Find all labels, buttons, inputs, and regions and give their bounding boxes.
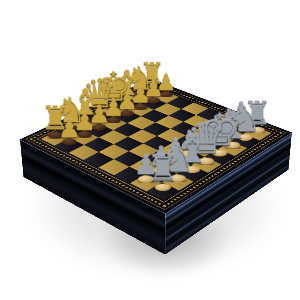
- piece-black-rook-h8: ♜: [138, 56, 167, 92]
- wooden-base: [199, 158, 215, 165]
- piece-black-queen-d8: ♛: [84, 71, 115, 117]
- wooden-base: [120, 110, 134, 116]
- chess-box: ♜♞♝♛♚♝♞♜♟♟♟♟♟♟♟♟♟♟♟♟♟♟♟♟♜♞♝♛♚♝♞♜: [20, 79, 292, 214]
- square-a8: ♜: [41, 132, 70, 146]
- wooden-base: [155, 184, 171, 191]
- wooden-base: [234, 121, 248, 127]
- piece-glyph: ♚: [95, 67, 131, 107]
- piece-glyph: ♜: [139, 59, 165, 88]
- wooden-base: [48, 132, 63, 139]
- wooden-base: [120, 98, 134, 104]
- square-h3: [211, 114, 239, 127]
- product-photo-scene: ♜♞♝♛♚♝♞♜♟♟♟♟♟♟♟♟♟♟♟♟♟♟♟♟♜♞♝♛♚♝♞♜: [0, 0, 300, 300]
- piece-glyph: ♝: [69, 84, 101, 120]
- wooden-base: [92, 124, 106, 130]
- square-b8: ♞: [56, 125, 85, 139]
- piece-glyph: ♜: [41, 102, 70, 134]
- piece-glyph: ♛: [82, 74, 117, 113]
- wooden-base: [159, 91, 172, 97]
- piece-black-rook-a8: ♜: [39, 99, 71, 139]
- wooden-base: [146, 86, 159, 92]
- wooden-base: [250, 127, 265, 134]
- square-h2: ♟: [227, 120, 255, 133]
